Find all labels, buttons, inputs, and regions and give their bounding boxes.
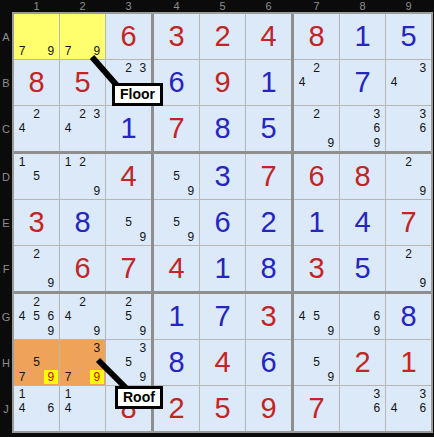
candidate-3: 3 (416, 107, 430, 121)
column-header-3: 3 (106, 0, 151, 12)
cell-C2[interactable]: 234 (60, 106, 105, 151)
cell-value: 6 (294, 154, 339, 199)
cell-D2[interactable]: 129 (60, 154, 105, 199)
candidate-2: 2 (75, 295, 89, 309)
column-header-5: 5 (200, 0, 245, 12)
candidate-5: 5 (29, 355, 43, 369)
candidate-9: 9 (44, 370, 58, 384)
cell-value: 7 (386, 200, 431, 245)
cell-B7[interactable]: 24 (294, 60, 339, 105)
cell-value: 3 (14, 200, 59, 245)
candidate-3: 3 (416, 61, 430, 75)
candidate-6: 6 (44, 309, 58, 323)
candidate-2: 2 (309, 107, 323, 121)
candidate-3: 3 (90, 107, 104, 121)
cell-E8[interactable]: 4 (340, 200, 385, 245)
cell-H1[interactable]: 579 (14, 340, 59, 385)
cell-E3[interactable]: 59 (106, 200, 151, 245)
cell-G9[interactable]: 8 (386, 294, 431, 339)
candidate-grid: 59 (295, 341, 338, 384)
candidate-3: 3 (416, 387, 430, 401)
box-5: 59375962418 (154, 154, 291, 291)
cell-value: 2 (200, 14, 245, 59)
sudoku-app: 123456789 ABCDEFGHJ 79796852324234132469… (0, 0, 434, 437)
box-3: 815247342936936 (294, 14, 431, 151)
cell-F6[interactable]: 8 (246, 246, 291, 291)
candidate-7: 7 (61, 370, 75, 384)
cell-C9[interactable]: 36 (386, 106, 431, 151)
cell-A1[interactable]: 79 (14, 14, 59, 59)
cell-value: 8 (386, 294, 431, 339)
cell-value: 1 (154, 294, 199, 339)
candidate-1: 1 (15, 155, 29, 169)
cell-G5[interactable]: 7 (200, 294, 245, 339)
candidate-9: 9 (44, 276, 58, 290)
candidate-7: 7 (15, 370, 29, 384)
cell-F3[interactable]: 7 (106, 246, 151, 291)
cell-A6[interactable]: 4 (246, 14, 291, 59)
cell-B2[interactable]: 5 (60, 60, 105, 105)
cell-E6[interactable]: 2 (246, 200, 291, 245)
cell-value: 4 (154, 246, 199, 291)
row-header-E: E (0, 200, 12, 245)
candidate-4: 4 (387, 401, 401, 415)
candidate-9: 9 (324, 136, 338, 150)
row-header-J: J (0, 386, 12, 431)
cell-value: 3 (154, 14, 199, 59)
candidate-grid: 34 (387, 61, 430, 104)
row-header-C: C (0, 106, 12, 151)
candidate-2: 2 (29, 247, 43, 261)
candidate-grid: 69 (341, 295, 384, 338)
candidate-2: 2 (75, 155, 89, 169)
cell-D7[interactable]: 6 (294, 154, 339, 199)
floor-label: Floor (112, 83, 163, 106)
cell-G7[interactable]: 459 (294, 294, 339, 339)
cell-B1[interactable]: 8 (14, 60, 59, 105)
candidate-grid: 24 (295, 61, 338, 104)
cell-value: 8 (246, 246, 291, 291)
cell-J7[interactable]: 7 (294, 386, 339, 431)
candidate-9: 9 (370, 324, 384, 338)
cell-C4[interactable]: 7 (154, 106, 199, 151)
cell-H4[interactable]: 8 (154, 340, 199, 385)
candidate-2: 2 (309, 61, 323, 75)
candidate-1: 1 (61, 387, 75, 401)
cell-G3[interactable]: 259 (106, 294, 151, 339)
candidate-2: 2 (29, 295, 43, 309)
candidate-1: 1 (15, 387, 29, 401)
candidate-5: 5 (121, 215, 135, 229)
cell-C8[interactable]: 369 (340, 106, 385, 151)
candidate-grid: 59 (155, 201, 198, 244)
cell-D9[interactable]: 29 (386, 154, 431, 199)
box-9: 4596985921736346 (294, 294, 431, 431)
cell-value: 6 (246, 340, 291, 385)
cell-F5[interactable]: 1 (200, 246, 245, 291)
cell-value: 6 (200, 200, 245, 245)
cell-value: 4 (200, 340, 245, 385)
cell-value: 9 (200, 60, 245, 105)
cell-H9[interactable]: 1 (386, 340, 431, 385)
cell-value: 6 (60, 246, 105, 291)
column-header-9: 9 (386, 0, 431, 12)
cell-H6[interactable]: 6 (246, 340, 291, 385)
candidate-grid: 79 (61, 15, 104, 58)
candidate-9: 9 (136, 230, 150, 244)
cell-value: 8 (340, 154, 385, 199)
candidate-1: 1 (61, 155, 75, 169)
cell-G8[interactable]: 69 (340, 294, 385, 339)
roof-label: Roof (115, 386, 163, 409)
candidate-5: 5 (121, 355, 135, 369)
cell-B6[interactable]: 1 (246, 60, 291, 105)
candidate-4: 4 (295, 75, 309, 89)
cell-B8[interactable]: 7 (340, 60, 385, 105)
cell-value: 1 (246, 60, 291, 105)
cell-H2[interactable]: 379 (60, 340, 105, 385)
cell-E7[interactable]: 1 (294, 200, 339, 245)
cell-C6[interactable]: 5 (246, 106, 291, 151)
candidate-9: 9 (90, 370, 104, 384)
cell-F7[interactable]: 3 (294, 246, 339, 291)
candidate-5: 5 (29, 169, 43, 183)
cell-value: 7 (154, 106, 199, 151)
candidate-4: 4 (61, 121, 75, 135)
row-header-A: A (0, 14, 12, 59)
cell-F4[interactable]: 4 (154, 246, 199, 291)
row-header-B: B (0, 60, 12, 105)
cell-value: 5 (340, 246, 385, 291)
cell-D5[interactable]: 3 (200, 154, 245, 199)
candidate-grid: 59 (155, 155, 198, 198)
cell-value: 2 (246, 200, 291, 245)
candidate-6: 6 (370, 401, 384, 415)
column-header-2: 2 (60, 0, 105, 12)
candidate-grid: 234 (61, 107, 104, 150)
candidate-9: 9 (136, 370, 150, 384)
cell-value: 7 (246, 154, 291, 199)
column-header-4: 4 (154, 0, 199, 12)
cell-value: 5 (386, 14, 431, 59)
candidate-7: 7 (61, 44, 75, 58)
row-header-F: F (0, 246, 12, 291)
candidate-5: 5 (29, 309, 43, 323)
candidate-6: 6 (416, 121, 430, 135)
candidate-grid: 346 (387, 387, 430, 430)
candidate-5: 5 (309, 309, 323, 323)
cell-J5[interactable]: 5 (200, 386, 245, 431)
cell-C5[interactable]: 8 (200, 106, 245, 151)
candidate-grid: 29 (15, 247, 58, 290)
row-header-G: G (0, 294, 12, 339)
candidate-grid: 29 (387, 247, 430, 290)
cell-A3[interactable]: 6 (106, 14, 151, 59)
cell-value: 7 (200, 294, 245, 339)
cell-value: 8 (14, 60, 59, 105)
cell-value: 4 (340, 200, 385, 245)
candidate-grid: 579 (15, 341, 58, 384)
cell-value: 8 (154, 340, 199, 385)
cell-G4[interactable]: 1 (154, 294, 199, 339)
candidate-2: 2 (401, 247, 415, 261)
cell-value: 1 (200, 246, 245, 291)
box-7: 24569249259579379359146148 (14, 294, 151, 431)
cell-F9[interactable]: 29 (386, 246, 431, 291)
cell-A9[interactable]: 5 (386, 14, 431, 59)
column-header-6: 6 (246, 0, 291, 12)
candidate-7: 7 (15, 44, 29, 58)
candidate-9: 9 (416, 276, 430, 290)
cell-J9[interactable]: 346 (386, 386, 431, 431)
cell-C7[interactable]: 29 (294, 106, 339, 151)
box-4: 15129438592967 (14, 154, 151, 291)
candidate-9: 9 (370, 136, 384, 150)
cell-F1[interactable]: 29 (14, 246, 59, 291)
cell-value: 5 (246, 106, 291, 151)
candidate-grid: 129 (61, 155, 104, 198)
cell-value: 2 (340, 340, 385, 385)
candidate-3: 3 (136, 341, 150, 355)
cell-value: 7 (340, 60, 385, 105)
cell-value: 1 (386, 340, 431, 385)
sudoku-board: 7979685232423413246917858152473429369361… (12, 12, 433, 433)
cell-value: 1 (294, 200, 339, 245)
cell-H3[interactable]: 359 (106, 340, 151, 385)
candidate-3: 3 (90, 341, 104, 355)
cell-H8[interactable]: 2 (340, 340, 385, 385)
cell-value: 8 (294, 14, 339, 59)
candidate-3: 3 (370, 107, 384, 121)
column-header-1: 1 (14, 0, 59, 12)
candidate-grid: 59 (107, 201, 150, 244)
cell-F2[interactable]: 6 (60, 246, 105, 291)
cell-G1[interactable]: 24569 (14, 294, 59, 339)
cell-B9[interactable]: 34 (386, 60, 431, 105)
candidate-9: 9 (136, 324, 150, 338)
column-header-7: 7 (294, 0, 339, 12)
cell-value: 4 (246, 14, 291, 59)
cell-A2[interactable]: 79 (60, 14, 105, 59)
candidate-2: 2 (29, 107, 43, 121)
candidate-grid: 249 (61, 295, 104, 338)
cell-H5[interactable]: 4 (200, 340, 245, 385)
cell-J8[interactable]: 36 (340, 386, 385, 431)
cell-D3[interactable]: 4 (106, 154, 151, 199)
candidate-5: 5 (121, 309, 135, 323)
candidate-3: 3 (136, 61, 150, 75)
candidate-9: 9 (90, 324, 104, 338)
cell-J2[interactable]: 14 (60, 386, 105, 431)
cell-value: 3 (200, 154, 245, 199)
cell-E5[interactable]: 6 (200, 200, 245, 245)
cell-value: 1 (340, 14, 385, 59)
candidate-grid: 29 (387, 155, 430, 198)
candidate-9: 9 (44, 324, 58, 338)
candidate-2: 2 (75, 107, 89, 121)
candidate-grid: 369 (341, 107, 384, 150)
cell-value: 4 (106, 154, 151, 199)
cell-G2[interactable]: 249 (60, 294, 105, 339)
cell-D1[interactable]: 15 (14, 154, 59, 199)
candidate-9: 9 (184, 184, 198, 198)
cell-E1[interactable]: 3 (14, 200, 59, 245)
candidate-6: 6 (370, 121, 384, 135)
candidate-4: 4 (15, 121, 29, 135)
candidate-3: 3 (370, 387, 384, 401)
column-header-8: 8 (340, 0, 385, 12)
cell-A8[interactable]: 1 (340, 14, 385, 59)
candidate-9: 9 (90, 44, 104, 58)
candidate-grid: 15 (15, 155, 58, 198)
cell-D8[interactable]: 8 (340, 154, 385, 199)
candidate-grid: 259 (107, 295, 150, 338)
cell-value: 3 (294, 246, 339, 291)
cell-G6[interactable]: 3 (246, 294, 291, 339)
cell-D4[interactable]: 59 (154, 154, 199, 199)
box-6: 68291473529 (294, 154, 431, 291)
candidate-4: 4 (61, 401, 75, 415)
cell-value: 9 (246, 386, 291, 431)
cell-value: 8 (60, 200, 105, 245)
candidate-4: 4 (61, 309, 75, 323)
candidate-grid: 79 (15, 15, 58, 58)
cell-value: 7 (106, 246, 151, 291)
cell-E9[interactable]: 7 (386, 200, 431, 245)
candidate-2: 2 (401, 155, 415, 169)
candidate-grid: 24 (15, 107, 58, 150)
candidate-5: 5 (169, 169, 183, 183)
candidate-2: 2 (121, 61, 135, 75)
cell-B5[interactable]: 9 (200, 60, 245, 105)
cell-A7[interactable]: 8 (294, 14, 339, 59)
candidate-9: 9 (44, 44, 58, 58)
candidate-9: 9 (324, 370, 338, 384)
box-8: 173846259 (154, 294, 291, 431)
candidate-4: 4 (295, 309, 309, 323)
candidate-4: 4 (15, 309, 29, 323)
candidate-9: 9 (416, 184, 430, 198)
cell-value: 5 (60, 60, 105, 105)
candidate-9: 9 (90, 184, 104, 198)
candidate-5: 5 (169, 215, 183, 229)
candidate-9: 9 (184, 230, 198, 244)
cell-value: 1 (106, 106, 151, 151)
candidate-grid: 24569 (15, 295, 58, 338)
cell-value: 5 (200, 386, 245, 431)
candidate-grid: 459 (295, 295, 338, 338)
cell-J1[interactable]: 146 (14, 386, 59, 431)
candidate-grid: 379 (61, 341, 104, 384)
cell-A5[interactable]: 2 (200, 14, 245, 59)
cell-value: 3 (246, 294, 291, 339)
candidate-6: 6 (416, 401, 430, 415)
row-header-H: H (0, 340, 12, 385)
cell-H7[interactable]: 59 (294, 340, 339, 385)
cell-F8[interactable]: 5 (340, 246, 385, 291)
cell-value: 7 (294, 386, 339, 431)
cell-C3[interactable]: 1 (106, 106, 151, 151)
box-2: 324691785 (154, 14, 291, 151)
row-header-D: D (0, 154, 12, 199)
cell-J6[interactable]: 9 (246, 386, 291, 431)
candidate-grid: 29 (295, 107, 338, 150)
cell-E4[interactable]: 59 (154, 200, 199, 245)
candidate-9: 9 (324, 324, 338, 338)
cell-value: 8 (200, 106, 245, 151)
cell-D6[interactable]: 7 (246, 154, 291, 199)
cell-E2[interactable]: 8 (60, 200, 105, 245)
candidate-5: 5 (309, 355, 323, 369)
candidate-grid: 146 (15, 387, 58, 430)
candidate-6: 6 (370, 309, 384, 323)
cell-value: 6 (106, 14, 151, 59)
cell-C1[interactable]: 24 (14, 106, 59, 151)
candidate-grid: 14 (61, 387, 104, 430)
candidate-grid: 36 (387, 107, 430, 150)
candidate-grid: 36 (341, 387, 384, 430)
candidate-2: 2 (121, 295, 135, 309)
candidate-4: 4 (387, 75, 401, 89)
candidate-4: 4 (15, 401, 29, 415)
candidate-grid: 359 (107, 341, 150, 384)
cell-A4[interactable]: 3 (154, 14, 199, 59)
candidate-6: 6 (44, 401, 58, 415)
